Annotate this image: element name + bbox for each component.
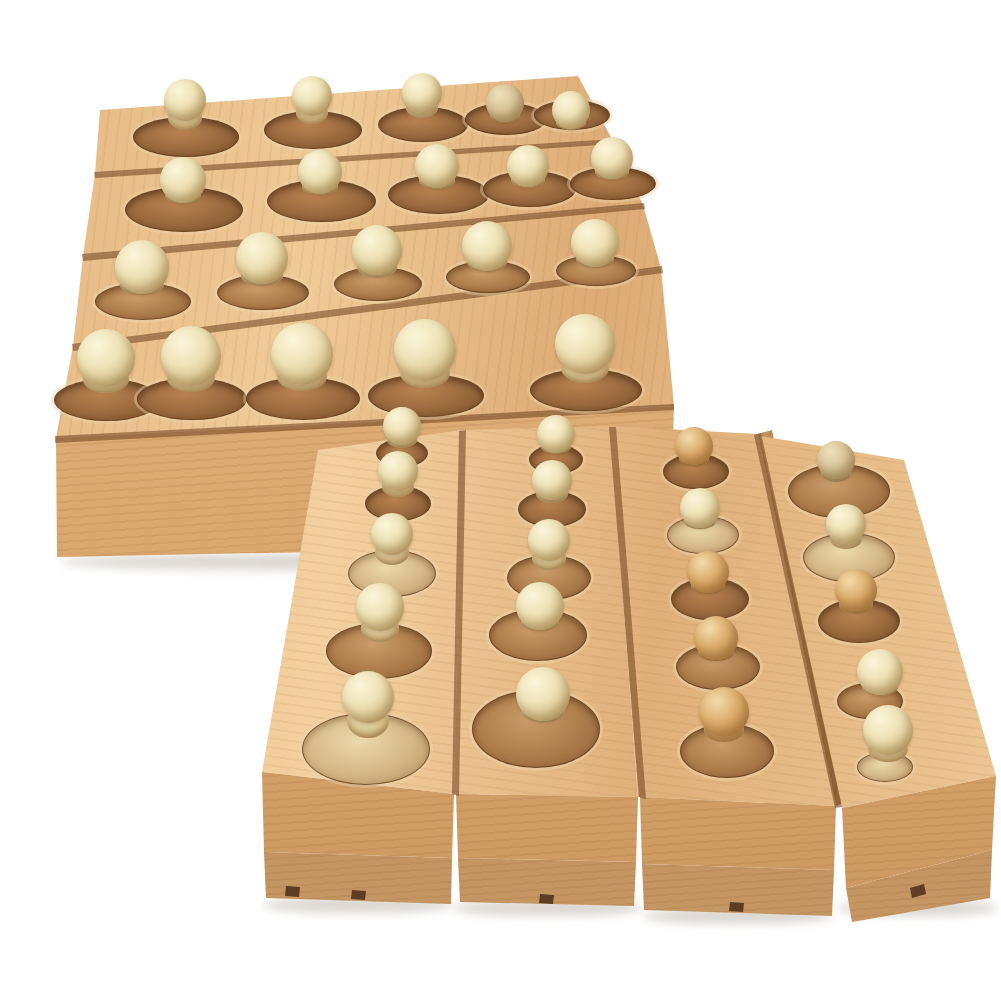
back-r3-c2-knob: [236, 232, 288, 284]
front-b4-c1-knob: [817, 441, 855, 479]
back-r4-c5-knob: [555, 314, 615, 374]
back-r1-c3-knob: [402, 73, 442, 113]
front-b2-c3-knob: [528, 519, 570, 561]
back-r3-c3-knob: [352, 225, 402, 275]
front-b2-c1-knob: [537, 415, 575, 453]
front-b1-c5-knob: [342, 671, 394, 723]
back-r3-c1-knob: [115, 240, 169, 294]
product-photo-montessori-cylinder-blocks: [0, 0, 1001, 1001]
front-b3-c3-knob: [687, 551, 729, 593]
back-r4-c2-knob: [161, 326, 221, 386]
front-b4-c5-knob: [863, 705, 913, 755]
front-b3-c5-knob: [699, 687, 749, 737]
front-b3-c2-knob: [680, 488, 720, 528]
back-r4-c4-knob: [394, 319, 456, 381]
front-b2-c4-knob: [516, 582, 564, 630]
front-b1-c3-knob: [371, 513, 413, 555]
front-b3-c4-knob: [694, 616, 738, 660]
back-r2-c2-knob: [298, 150, 342, 194]
back-r4-c3-knob: [271, 323, 333, 385]
back-r1-c1-knob: [164, 79, 206, 121]
front-b3-c1-knob: [675, 427, 713, 465]
back-r1-c2-knob: [292, 76, 332, 116]
front-b4-c3-knob: [835, 569, 877, 611]
back-r1-c5-knob: [552, 91, 590, 129]
back-r3-c5-knob: [571, 219, 619, 267]
back-r2-c3-knob: [415, 144, 459, 188]
front-b1-c1-knob: [383, 407, 421, 445]
back-r1-c4-knob: [486, 84, 524, 122]
front-b4-c2-knob: [826, 504, 866, 544]
front-b1-c4-knob: [356, 583, 404, 631]
front-b2-c2-knob: [532, 460, 572, 500]
back-r2-c4-knob: [507, 145, 549, 187]
front-b1-c2-knob: [378, 451, 418, 491]
back-r3-c4-knob: [462, 221, 512, 271]
front-b2-c5-knob: [516, 667, 570, 721]
front-b4-c4-knob: [857, 649, 903, 695]
back-r2-c5-knob: [591, 137, 633, 179]
back-r2-c1-knob: [160, 157, 206, 203]
back-r4-c1-knob: [77, 329, 135, 387]
